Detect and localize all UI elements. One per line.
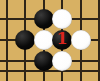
move-number-label: 1	[56, 31, 67, 47]
grid-line-vertical	[6, 0, 8, 81]
white-stone[interactable]	[34, 30, 54, 50]
grid-line-vertical	[98, 0, 100, 81]
grid-line-horizontal	[0, 70, 100, 72]
go-board[interactable]: 1	[0, 0, 100, 81]
black-stone-move-1[interactable]: 1	[52, 30, 72, 50]
black-stone[interactable]	[34, 51, 54, 71]
white-stone[interactable]	[71, 30, 91, 50]
black-stone[interactable]	[15, 30, 35, 50]
black-stone[interactable]	[34, 9, 54, 29]
white-stone[interactable]	[52, 9, 72, 29]
white-stone[interactable]	[52, 51, 72, 71]
